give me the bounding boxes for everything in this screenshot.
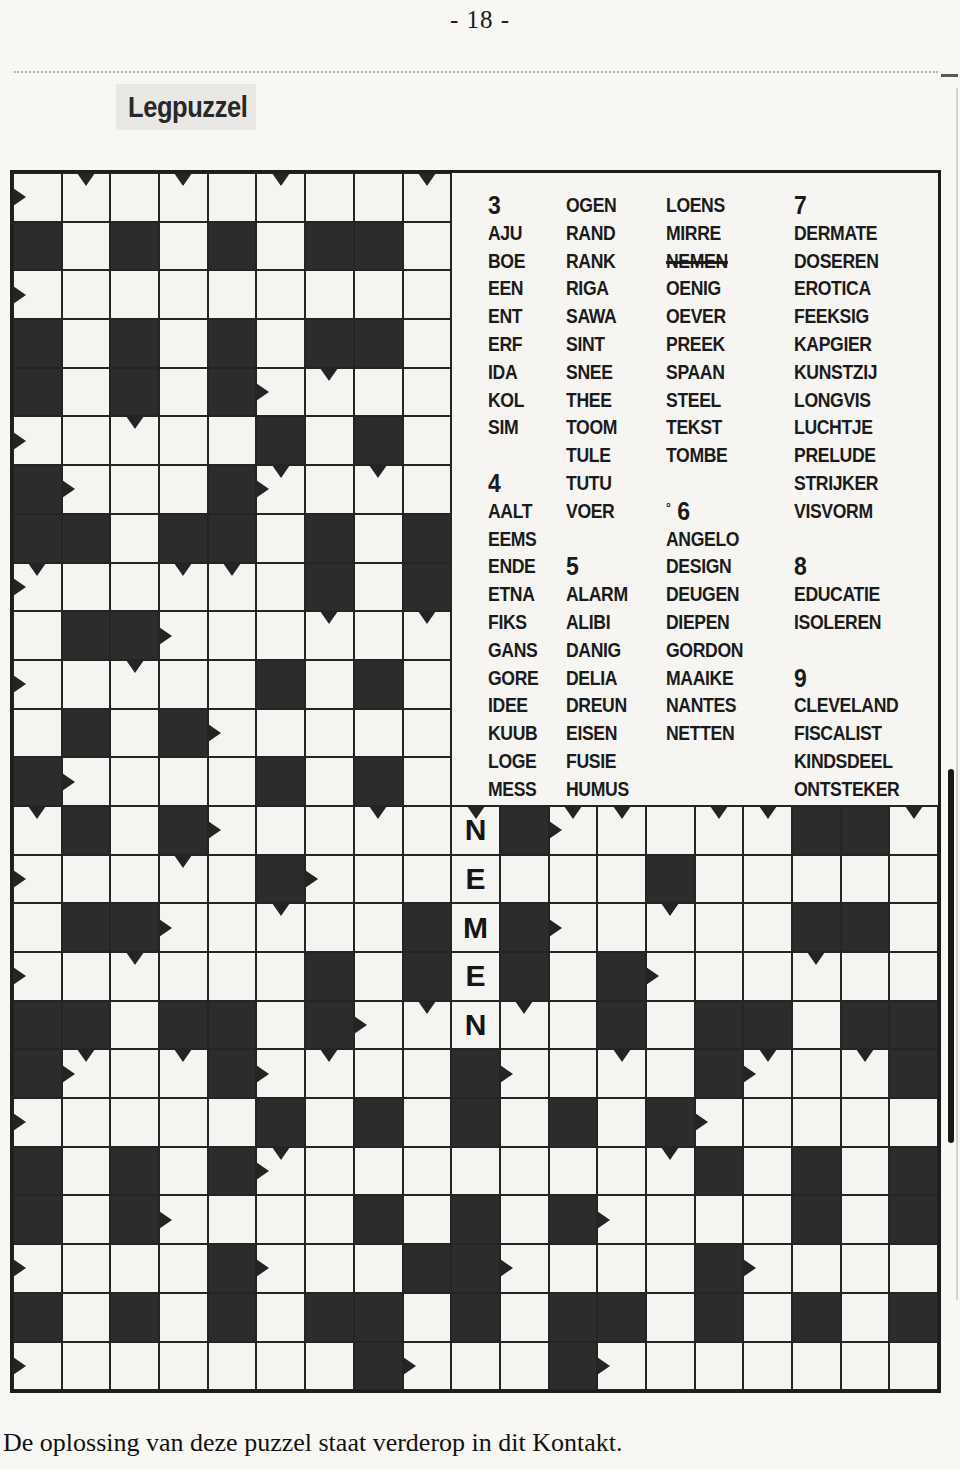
cell-r7c3[interactable] <box>110 465 159 514</box>
cell-r1c8[interactable] <box>354 173 403 222</box>
cell-r7c8[interactable] <box>354 465 403 514</box>
cell-r22c13[interactable] <box>597 1195 646 1244</box>
cell-r1c7[interactable] <box>305 173 354 222</box>
cell-r14c18 <box>841 806 890 855</box>
cell-r25c7[interactable] <box>305 1342 354 1391</box>
down-start-arrow <box>272 903 290 916</box>
wordlist-word-voer: VOER <box>566 498 614 526</box>
cell-r6c5[interactable] <box>208 416 257 465</box>
cell-r5c4[interactable] <box>159 368 208 417</box>
cell-r25c1[interactable] <box>13 1342 62 1391</box>
cell-r17c3[interactable] <box>110 952 159 1001</box>
cell-r1c6[interactable] <box>256 173 305 222</box>
cell-r3c2[interactable] <box>62 270 111 319</box>
wordlist-word-oenig: OENIG <box>666 275 721 303</box>
cell-r17c16[interactable] <box>743 952 792 1001</box>
down-start-arrow <box>320 611 338 624</box>
cell-r20c5[interactable] <box>208 1098 257 1147</box>
cell-r18c2 <box>62 1001 111 1050</box>
cell-r16c12[interactable] <box>549 903 598 952</box>
cell-r18c1 <box>13 1001 62 1050</box>
cell-r15c7[interactable] <box>305 855 354 904</box>
wordlist-word-loge: LOGE <box>488 748 536 776</box>
cell-r16c7[interactable] <box>305 903 354 952</box>
cell-r25c17[interactable] <box>792 1342 841 1391</box>
cell-r6c2[interactable] <box>62 416 111 465</box>
cell-r14c16[interactable] <box>743 806 792 855</box>
scan-page-edge <box>956 88 958 1300</box>
cell-r15c8[interactable] <box>354 855 403 904</box>
cell-r6c4[interactable] <box>159 416 208 465</box>
cell-r23c4[interactable] <box>159 1244 208 1293</box>
cell-r9c6[interactable] <box>256 563 305 612</box>
cell-r15c1[interactable] <box>13 855 62 904</box>
cell-r20c16[interactable] <box>743 1098 792 1147</box>
wordlist-word-fiks: FIKS <box>488 609 527 637</box>
cell-r16c19[interactable] <box>889 903 938 952</box>
cell-r23c6[interactable] <box>256 1244 305 1293</box>
cell-r22c2[interactable] <box>62 1195 111 1244</box>
cell-r6c1[interactable] <box>13 416 62 465</box>
cell-r8c8[interactable] <box>354 514 403 563</box>
cell-r19c11[interactable] <box>500 1049 549 1098</box>
cell-r7c6[interactable] <box>256 465 305 514</box>
cell-r16c6[interactable] <box>256 903 305 952</box>
cell-r16c1[interactable] <box>13 903 62 952</box>
cell-r11c4[interactable] <box>159 660 208 709</box>
cell-r11c3[interactable] <box>110 660 159 709</box>
cell-r20c17[interactable] <box>792 1098 841 1147</box>
cell-r7c2[interactable] <box>62 465 111 514</box>
cell-r6c3[interactable] <box>110 416 159 465</box>
cell-r24c16[interactable] <box>743 1293 792 1342</box>
cell-r3c6[interactable] <box>256 270 305 319</box>
cell-r8c9 <box>403 514 452 563</box>
cell-r15c13[interactable] <box>597 855 646 904</box>
cell-r23c12[interactable] <box>549 1244 598 1293</box>
cell-r22c4[interactable] <box>159 1195 208 1244</box>
cell-r14c8[interactable] <box>354 806 403 855</box>
cell-r25c5[interactable] <box>208 1342 257 1391</box>
cell-r13c5[interactable] <box>208 757 257 806</box>
cell-r9c3[interactable] <box>110 563 159 612</box>
cell-r21c7[interactable] <box>305 1147 354 1196</box>
cell-r16c13[interactable] <box>597 903 646 952</box>
cell-r20c8 <box>354 1098 403 1147</box>
cell-r24c11[interactable] <box>500 1293 549 1342</box>
cell-r17c1[interactable] <box>13 952 62 1001</box>
cell-r19c15 <box>695 1049 744 1098</box>
cell-r19c5 <box>208 1049 257 1098</box>
cell-r18c18 <box>841 1001 890 1050</box>
wordlist-word-tombe: TOMBE <box>666 442 727 470</box>
cell-r10c7[interactable] <box>305 611 354 660</box>
down-start-arrow <box>515 1001 533 1014</box>
cell-r15c16[interactable] <box>743 855 792 904</box>
cell-r25c13[interactable] <box>597 1342 646 1391</box>
across-start-arrow <box>256 1162 269 1180</box>
cell-r19c12[interactable] <box>549 1049 598 1098</box>
cell-r19c3[interactable] <box>110 1049 159 1098</box>
cell-r9c4[interactable] <box>159 563 208 612</box>
cell-r18c8[interactable] <box>354 1001 403 1050</box>
cell-r19c8[interactable] <box>354 1049 403 1098</box>
cell-r10c4[interactable] <box>159 611 208 660</box>
cell-r18c14[interactable] <box>646 1001 695 1050</box>
cell-r10c1[interactable] <box>13 611 62 660</box>
cell-r21c16[interactable] <box>743 1147 792 1196</box>
cell-r17c17[interactable] <box>792 952 841 1001</box>
cell-r3c5[interactable] <box>208 270 257 319</box>
cell-r19c6[interactable] <box>256 1049 305 1098</box>
cell-r20c2[interactable] <box>62 1098 111 1147</box>
cell-r21c9[interactable] <box>403 1147 452 1196</box>
cell-r22c6[interactable] <box>256 1195 305 1244</box>
across-start-arrow <box>208 821 221 839</box>
cell-r11c1[interactable] <box>13 660 62 709</box>
cell-r22c14[interactable] <box>646 1195 695 1244</box>
cell-r18c12[interactable] <box>549 1001 598 1050</box>
cell-r25c9[interactable] <box>403 1342 452 1391</box>
cell-r13c2[interactable] <box>62 757 111 806</box>
cell-r10c9[interactable] <box>403 611 452 660</box>
cell-r11c2[interactable] <box>62 660 111 709</box>
cell-r12c2 <box>62 709 111 758</box>
cell-r25c6[interactable] <box>256 1342 305 1391</box>
cell-r5c8[interactable] <box>354 368 403 417</box>
cell-r25c3[interactable] <box>110 1342 159 1391</box>
cell-r19c2[interactable] <box>62 1049 111 1098</box>
cell-r24c4[interactable] <box>159 1293 208 1342</box>
down-start-arrow <box>418 173 436 186</box>
cell-r14c15[interactable] <box>695 806 744 855</box>
cell-r12c1[interactable] <box>13 709 62 758</box>
cell-r25c19[interactable] <box>889 1342 938 1391</box>
cell-r1c1[interactable] <box>13 173 62 222</box>
down-start-arrow <box>856 1049 874 1062</box>
cell-r16c14[interactable] <box>646 903 695 952</box>
cell-r20c13[interactable] <box>597 1098 646 1147</box>
cell-r4c2[interactable] <box>62 319 111 368</box>
cell-r22c17 <box>792 1195 841 1244</box>
cell-r16c15[interactable] <box>695 903 744 952</box>
cell-r11c7[interactable] <box>305 660 354 709</box>
cell-r14c6[interactable] <box>256 806 305 855</box>
cell-r3c3[interactable] <box>110 270 159 319</box>
cell-r11c9[interactable] <box>403 660 452 709</box>
cell-r17c19[interactable] <box>889 952 938 1001</box>
cell-r19c17[interactable] <box>792 1049 841 1098</box>
cell-r7c9[interactable] <box>403 465 452 514</box>
cell-r24c18[interactable] <box>841 1293 890 1342</box>
cell-r7c4[interactable] <box>159 465 208 514</box>
wordlist-word-etna: ETNA <box>488 581 535 609</box>
cell-r15c17[interactable] <box>792 855 841 904</box>
cell-r19c7[interactable] <box>305 1049 354 1098</box>
cell-r20c15[interactable] <box>695 1098 744 1147</box>
cell-r15c4[interactable] <box>159 855 208 904</box>
cell-r17c2[interactable] <box>62 952 111 1001</box>
cell-r25c15[interactable] <box>695 1342 744 1391</box>
cell-r25c4[interactable] <box>159 1342 208 1391</box>
cell-r19c16[interactable] <box>743 1049 792 1098</box>
cell-r17c6[interactable] <box>256 952 305 1001</box>
cell-r12c6[interactable] <box>256 709 305 758</box>
cell-r20c3[interactable] <box>110 1098 159 1147</box>
cell-r3c4[interactable] <box>159 270 208 319</box>
cell-r16c10[interactable]: M <box>451 903 500 952</box>
cell-r13c6 <box>256 757 305 806</box>
cell-r7c5 <box>208 465 257 514</box>
cell-r16c5[interactable] <box>208 903 257 952</box>
cell-r3c7[interactable] <box>305 270 354 319</box>
cell-r17c4[interactable] <box>159 952 208 1001</box>
cell-r20c10 <box>451 1098 500 1147</box>
cell-r1c5[interactable] <box>208 173 257 222</box>
cell-r14c7[interactable] <box>305 806 354 855</box>
cell-r20c18[interactable] <box>841 1098 890 1147</box>
cell-r23c3[interactable] <box>110 1244 159 1293</box>
wordlist-word-prelude: PRELUDE <box>794 442 876 470</box>
cell-r6c9[interactable] <box>403 416 452 465</box>
cell-r15c5[interactable] <box>208 855 257 904</box>
wordlist-word-educatie: EDUCATIE <box>794 581 880 609</box>
cell-r15c12[interactable] <box>549 855 598 904</box>
cell-r20c1[interactable] <box>13 1098 62 1147</box>
cell-r8c6[interactable] <box>256 514 305 563</box>
cell-r22c18[interactable] <box>841 1195 890 1244</box>
cell-r16c2 <box>62 903 111 952</box>
cell-r14c10[interactable]: N <box>451 806 500 855</box>
cell-r19c13[interactable] <box>597 1049 646 1098</box>
cell-r15c10[interactable]: E <box>451 855 500 904</box>
cell-r1c2[interactable] <box>62 173 111 222</box>
cell-r25c18[interactable] <box>841 1342 890 1391</box>
cell-r25c14[interactable] <box>646 1342 695 1391</box>
cell-r23c14[interactable] <box>646 1244 695 1293</box>
cell-r17c15[interactable] <box>695 952 744 1001</box>
cell-r9c5[interactable] <box>208 563 257 612</box>
cell-r17c10[interactable]: E <box>451 952 500 1001</box>
cell-r10c5[interactable] <box>208 611 257 660</box>
cell-r2c2[interactable] <box>62 222 111 271</box>
cell-r24c9[interactable] <box>403 1293 452 1342</box>
cell-r18c15 <box>695 1001 744 1050</box>
cell-r23c1[interactable] <box>13 1244 62 1293</box>
cell-r23c17[interactable] <box>792 1244 841 1293</box>
cell-r14c19[interactable] <box>889 806 938 855</box>
cell-r21c4[interactable] <box>159 1147 208 1196</box>
cell-r23c19[interactable] <box>889 1244 938 1293</box>
down-start-arrow <box>223 563 241 576</box>
cell-r17c14[interactable] <box>646 952 695 1001</box>
cell-r5c2[interactable] <box>62 368 111 417</box>
cell-r23c11[interactable] <box>500 1244 549 1293</box>
cell-r1c9[interactable] <box>403 173 452 222</box>
cell-r4c4[interactable] <box>159 319 208 368</box>
cell-r22c11[interactable] <box>500 1195 549 1244</box>
cell-r4c6[interactable] <box>256 319 305 368</box>
cell-r24c10 <box>451 1293 500 1342</box>
cell-r12c9[interactable] <box>403 709 452 758</box>
cell-r2c6[interactable] <box>256 222 305 271</box>
cell-r2c9[interactable] <box>403 222 452 271</box>
cell-r9c2[interactable] <box>62 563 111 612</box>
cell-r18c7 <box>305 1001 354 1050</box>
cell-r23c16[interactable] <box>743 1244 792 1293</box>
cell-r8c3[interactable] <box>110 514 159 563</box>
cell-r23c13[interactable] <box>597 1244 646 1293</box>
cell-r25c2[interactable] <box>62 1342 111 1391</box>
cell-r19c18[interactable] <box>841 1049 890 1098</box>
cell-r20c19[interactable] <box>889 1098 938 1147</box>
cell-r1c4[interactable] <box>159 173 208 222</box>
page-number: - 18 - <box>0 6 960 34</box>
cell-r3c8[interactable] <box>354 270 403 319</box>
cell-r10c8[interactable] <box>354 611 403 660</box>
cell-r5c7[interactable] <box>305 368 354 417</box>
cell-r23c2[interactable] <box>62 1244 111 1293</box>
cell-r20c4[interactable] <box>159 1098 208 1147</box>
cell-r20c7[interactable] <box>305 1098 354 1147</box>
cell-r22c19 <box>889 1195 938 1244</box>
cell-r24c14[interactable] <box>646 1293 695 1342</box>
cell-r16c4[interactable] <box>159 903 208 952</box>
cell-r19c9[interactable] <box>403 1049 452 1098</box>
cell-r9c8[interactable] <box>354 563 403 612</box>
cell-r2c4[interactable] <box>159 222 208 271</box>
cell-r23c10 <box>451 1244 500 1293</box>
cell-r21c10[interactable] <box>451 1147 500 1196</box>
cell-r17c8[interactable] <box>354 952 403 1001</box>
wordlist-word-een: EEN <box>488 275 523 303</box>
cell-r15c3[interactable] <box>110 855 159 904</box>
cell-r20c11[interactable] <box>500 1098 549 1147</box>
cell-r3c1[interactable] <box>13 270 62 319</box>
cell-r17c18[interactable] <box>841 952 890 1001</box>
cell-r22c12 <box>549 1195 598 1244</box>
cell-r14c3[interactable] <box>110 806 159 855</box>
cell-r12c3[interactable] <box>110 709 159 758</box>
cell-r5c6[interactable] <box>256 368 305 417</box>
cell-r17c5[interactable] <box>208 952 257 1001</box>
cell-r18c6[interactable] <box>256 1001 305 1050</box>
cell-r19c14[interactable] <box>646 1049 695 1098</box>
wordlist-word-ida: IDA <box>488 359 517 387</box>
cell-r22c16[interactable] <box>743 1195 792 1244</box>
cell-r7c7[interactable] <box>305 465 354 514</box>
cell-r25c10[interactable] <box>451 1342 500 1391</box>
cell-r21c1 <box>13 1147 62 1196</box>
cell-r13c3[interactable] <box>110 757 159 806</box>
cell-r12c5[interactable] <box>208 709 257 758</box>
cell-r14c1[interactable] <box>13 806 62 855</box>
cell-r18c11[interactable] <box>500 1001 549 1050</box>
cell-r13c9[interactable] <box>403 757 452 806</box>
cell-r24c6[interactable] <box>256 1293 305 1342</box>
cell-r22c9[interactable] <box>403 1195 452 1244</box>
cell-r18c3[interactable] <box>110 1001 159 1050</box>
cell-r18c17[interactable] <box>792 1001 841 1050</box>
cell-r15c19[interactable] <box>889 855 938 904</box>
cell-r14c9[interactable] <box>403 806 452 855</box>
cell-r25c16[interactable] <box>743 1342 792 1391</box>
down-start-arrow <box>77 173 95 186</box>
cell-r13c4[interactable] <box>159 757 208 806</box>
dotted-rule <box>14 71 938 73</box>
cell-r22c5[interactable] <box>208 1195 257 1244</box>
cell-r10c2 <box>62 611 111 660</box>
cell-r21c14[interactable] <box>646 1147 695 1196</box>
cell-r14c14[interactable] <box>646 806 695 855</box>
cell-r21c8[interactable] <box>354 1147 403 1196</box>
cell-r11c5[interactable] <box>208 660 257 709</box>
cell-r24c2[interactable] <box>62 1293 111 1342</box>
cell-r19c4[interactable] <box>159 1049 208 1098</box>
down-start-arrow <box>126 952 144 965</box>
cell-r16c8[interactable] <box>354 903 403 952</box>
cell-r23c18[interactable] <box>841 1244 890 1293</box>
cell-r6c6 <box>256 416 305 465</box>
cell-r10c6[interactable] <box>256 611 305 660</box>
cell-r15c15[interactable] <box>695 855 744 904</box>
cell-r9c1[interactable] <box>13 563 62 612</box>
cell-r21c19 <box>889 1147 938 1196</box>
cell-r4c9[interactable] <box>403 319 452 368</box>
cell-r5c9[interactable] <box>403 368 452 417</box>
cell-r23c7[interactable] <box>305 1244 354 1293</box>
cell-r18c10[interactable]: N <box>451 1001 500 1050</box>
cell-r25c11[interactable] <box>500 1342 549 1391</box>
cell-r22c7[interactable] <box>305 1195 354 1244</box>
wordlist-word-kunstzij: KUNSTZIJ <box>794 359 877 387</box>
cell-r14c13[interactable] <box>597 806 646 855</box>
cell-r1c3[interactable] <box>110 173 159 222</box>
cell-r15c18[interactable] <box>841 855 890 904</box>
cell-r12c7[interactable] <box>305 709 354 758</box>
cell-r21c18[interactable] <box>841 1147 890 1196</box>
cell-r21c12[interactable] <box>549 1147 598 1196</box>
footer-note: De oplossing van deze puzzel staat verde… <box>3 1428 622 1458</box>
cell-r13c7[interactable] <box>305 757 354 806</box>
cell-r12c8[interactable] <box>354 709 403 758</box>
cell-r15c6 <box>256 855 305 904</box>
cell-r21c13[interactable] <box>597 1147 646 1196</box>
cell-r15c9[interactable] <box>403 855 452 904</box>
cell-r23c8[interactable] <box>354 1244 403 1293</box>
cell-r14c5[interactable] <box>208 806 257 855</box>
wordlist-word-danig: DANIG <box>566 637 621 665</box>
cell-r14c12[interactable] <box>549 806 598 855</box>
cell-r21c6[interactable] <box>256 1147 305 1196</box>
cell-r15c11[interactable] <box>500 855 549 904</box>
cell-r17c12[interactable] <box>549 952 598 1001</box>
cell-r22c15[interactable] <box>695 1195 744 1244</box>
cell-r21c2[interactable] <box>62 1147 111 1196</box>
across-start-arrow <box>13 675 26 693</box>
cell-r15c2[interactable] <box>62 855 111 904</box>
wordlist-word-ogen: OGEN <box>566 192 616 220</box>
cell-r3c9[interactable] <box>403 270 452 319</box>
cell-r16c16[interactable] <box>743 903 792 952</box>
cell-r21c11[interactable] <box>500 1147 549 1196</box>
cell-r16c17 <box>792 903 841 952</box>
cell-r5c3 <box>110 368 159 417</box>
cell-r18c9[interactable] <box>403 1001 452 1050</box>
cell-r20c9[interactable] <box>403 1098 452 1147</box>
cell-r9c7 <box>305 563 354 612</box>
cell-r6c7[interactable] <box>305 416 354 465</box>
